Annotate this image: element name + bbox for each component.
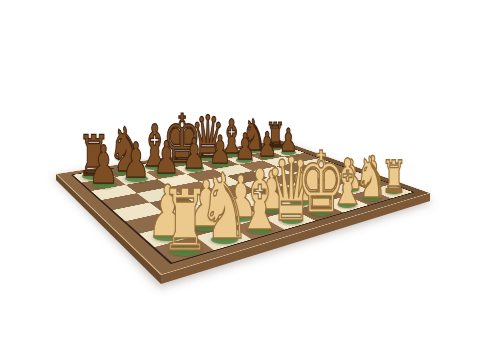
- photo-stage: ♜♞♝♚♛♝♞♜♟♟♟♟♟♟♟♟♟♟♟♟♟♟♟♟♜♞♝♛♚♝♞♜: [0, 0, 480, 360]
